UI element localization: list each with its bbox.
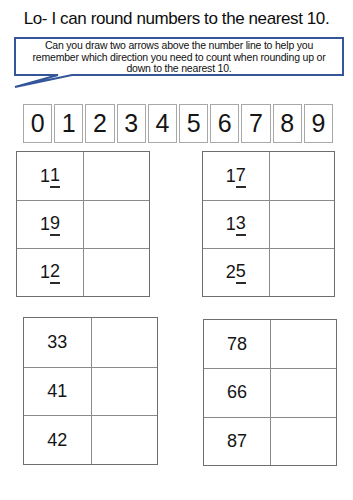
number-line-cell-4: 4: [148, 104, 177, 143]
worksheet-page: Lo- I can round numbers to the nearest 1…: [0, 0, 353, 500]
callout-line-1: Can you draw two arrows above the number…: [15, 40, 343, 52]
number-line-cell-9: 9: [304, 104, 333, 143]
number-cell: 25: [203, 248, 269, 296]
number-cell: 33: [24, 318, 91, 367]
underlined-ones-digit: 2: [50, 261, 60, 284]
number-cell: 13: [203, 200, 269, 248]
callout-instruction: Can you draw two arrows above the number…: [15, 40, 343, 75]
number-line-cell-3: 3: [117, 104, 146, 143]
answer-cell[interactable]: [270, 320, 336, 368]
number-line: 0 1 2 3 4 5 6 7 8 9: [23, 104, 333, 143]
page-title: Lo- I can round numbers to the nearest 1…: [0, 9, 353, 29]
underlined-ones-digit: 3: [236, 213, 246, 236]
underlined-ones-digit: 1: [50, 165, 60, 188]
rounding-table-top-right: 17 13 25: [202, 151, 335, 297]
number-cell: 12: [17, 248, 83, 296]
number-cell: 42: [24, 415, 91, 464]
answer-cell[interactable]: [83, 248, 149, 296]
rounding-table-bottom-left: 33 41 42: [23, 317, 158, 465]
number-cell: 87: [204, 417, 270, 465]
number-cell: 11: [17, 152, 83, 200]
answer-cell[interactable]: [269, 200, 335, 248]
number-line-cell-2: 2: [85, 104, 114, 143]
answer-cell[interactable]: [270, 368, 336, 416]
rounding-table-bottom-right: 78 66 87: [203, 319, 337, 466]
answer-cell[interactable]: [269, 152, 335, 200]
answer-cell[interactable]: [83, 152, 149, 200]
number-cell: 19: [17, 200, 83, 248]
number-line-cell-7: 7: [241, 104, 270, 143]
answer-cell[interactable]: [91, 318, 158, 367]
number-cell: 17: [203, 152, 269, 200]
number-cell: 78: [204, 320, 270, 368]
answer-cell[interactable]: [91, 415, 158, 464]
number-line-cell-6: 6: [210, 104, 239, 143]
underlined-ones-digit: 5: [236, 261, 246, 284]
rounding-table-top-left: 11 19 12: [16, 151, 150, 297]
callout-line-3: down to the nearest 10.: [15, 63, 343, 75]
answer-cell[interactable]: [83, 200, 149, 248]
number-cell: 41: [24, 367, 91, 416]
number-cell: 66: [204, 368, 270, 416]
number-line-cell-1: 1: [54, 104, 83, 143]
number-line-cell-0: 0: [23, 104, 52, 143]
underlined-ones-digit: 9: [50, 213, 60, 236]
answer-cell[interactable]: [91, 367, 158, 416]
underlined-ones-digit: 7: [236, 165, 246, 188]
answer-cell[interactable]: [269, 248, 335, 296]
answer-cell[interactable]: [270, 417, 336, 465]
number-line-cell-5: 5: [179, 104, 208, 143]
number-line-cell-8: 8: [273, 104, 302, 143]
